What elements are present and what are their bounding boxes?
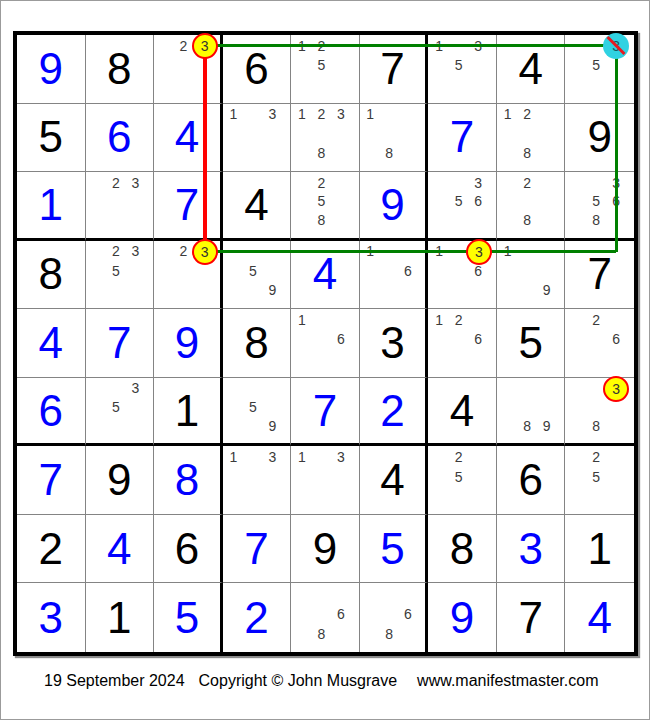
cell-r4c1[interactable]: 8: [17, 241, 86, 310]
pencil-marks: 125: [292, 36, 351, 95]
cell-r6c7[interactable]: 4: [428, 378, 497, 447]
cell-r7c9[interactable]: 25: [565, 446, 634, 515]
cell-r7c7[interactable]: 25: [428, 446, 497, 515]
candidate-8: 8: [586, 416, 606, 435]
cell-r4c8[interactable]: 19: [497, 241, 566, 310]
candidate-2: 2: [312, 105, 332, 125]
solved-digit: 3: [497, 515, 565, 583]
candidate-9: 9: [263, 416, 283, 435]
pencil-marks: 126: [429, 310, 488, 369]
solved-digit: 6: [86, 104, 154, 172]
candidate-5: 5: [586, 192, 606, 211]
pencil-marks: 38: [566, 379, 626, 436]
candidate-2: 2: [586, 310, 606, 330]
cell-r2c6[interactable]: 18: [360, 104, 429, 173]
cell-r9c3[interactable]: 5: [154, 583, 223, 652]
cell-r7c1[interactable]: 7: [17, 446, 86, 515]
candidate-1: 1: [429, 36, 449, 56]
candidate-1: 1: [361, 105, 380, 125]
cell-r9c2[interactable]: 1: [86, 583, 155, 652]
cell-r4c5[interactable]: 4: [291, 241, 360, 310]
pencil-marks: 35: [566, 36, 626, 95]
cell-r6c6[interactable]: 2: [360, 378, 429, 447]
pencil-marks: 258: [292, 173, 351, 230]
given-digit: 7: [497, 583, 565, 652]
page: 9823612571354355641312381871289123742589…: [0, 0, 650, 720]
solved-digit: 3: [17, 583, 85, 652]
candidate-3: 3: [468, 242, 488, 262]
cell-r3c6[interactable]: 9: [360, 172, 429, 241]
cell-r1c9[interactable]: 35: [565, 35, 634, 104]
given-digit: 3: [360, 309, 426, 377]
cell-r9c4[interactable]: 2: [223, 583, 292, 652]
cell-r3c4[interactable]: 4: [223, 172, 292, 241]
cell-r3c8[interactable]: 28: [497, 172, 566, 241]
footer-copyright: Copyright © John Musgrave: [199, 672, 398, 689]
candidate-5: 5: [449, 192, 469, 211]
candidate-1: 1: [429, 242, 449, 262]
cell-r9c1[interactable]: 3: [17, 583, 86, 652]
candidate-2: 2: [517, 173, 537, 192]
candidate-1: 1: [292, 447, 312, 467]
solved-digit: 4: [291, 241, 359, 309]
pencil-marks: 19: [498, 242, 557, 301]
candidate-3: 3: [468, 173, 488, 192]
candidate-3: 3: [606, 379, 626, 398]
candidate-2: 2: [312, 36, 332, 56]
pencil-marks: 3568: [566, 173, 626, 230]
candidate-3: 3: [606, 173, 626, 192]
candidate-1: 1: [224, 447, 244, 467]
candidate-1: 1: [429, 310, 449, 330]
given-digit: 8: [86, 35, 154, 103]
given-digit: 9: [291, 515, 359, 583]
cell-r8c3[interactable]: 6: [154, 515, 223, 584]
given-digit: 6: [223, 35, 291, 103]
given-digit: 8: [428, 515, 496, 583]
pencil-marks: 235: [87, 242, 146, 301]
cell-r3c5[interactable]: 258: [291, 172, 360, 241]
cell-r8c7[interactable]: 8: [428, 515, 497, 584]
solved-digit: 4: [17, 309, 85, 377]
pencil-marks: 89: [498, 379, 557, 436]
candidate-8: 8: [586, 211, 606, 230]
cell-r5c8[interactable]: 5: [497, 309, 566, 378]
candidate-9: 9: [263, 281, 283, 301]
cell-r7c4[interactable]: 13: [223, 446, 292, 515]
candidate-6: 6: [468, 192, 488, 211]
cell-r6c4[interactable]: 59: [223, 378, 292, 447]
footer-website: www.manifestmaster.com: [417, 672, 598, 689]
cell-r6c2[interactable]: 35: [86, 378, 155, 447]
solved-digit: 2: [360, 378, 426, 444]
pencil-marks: 25: [566, 447, 626, 506]
cell-r7c3[interactable]: 8: [154, 446, 223, 515]
candidate-3: 3: [193, 242, 212, 262]
solved-digit: 7: [291, 378, 359, 444]
cell-r9c7[interactable]: 9: [428, 583, 497, 652]
cell-r1c1[interactable]: 9: [17, 35, 86, 104]
cell-r7c8[interactable]: 6: [497, 446, 566, 515]
cell-r9c6[interactable]: 68: [360, 583, 429, 652]
solved-digit: 9: [428, 583, 496, 652]
pencil-marks: 1238: [292, 105, 351, 164]
cell-r4c4[interactable]: 59: [223, 241, 292, 310]
candidate-5: 5: [312, 192, 332, 211]
given-digit: 1: [86, 583, 154, 652]
candidate-8: 8: [380, 144, 399, 164]
cell-r1c3[interactable]: 23: [154, 35, 223, 104]
pencil-marks: 28: [498, 173, 557, 230]
candidate-3: 3: [126, 242, 146, 262]
solved-digit: 4: [565, 583, 634, 652]
pencil-marks: 16: [361, 242, 418, 301]
cell-r8c5[interactable]: 9: [291, 515, 360, 584]
given-digit: 4: [223, 172, 291, 238]
candidate-2: 2: [312, 173, 332, 192]
cell-r5c3[interactable]: 9: [154, 309, 223, 378]
cell-r3c1[interactable]: 1: [17, 172, 86, 241]
cell-r1c8[interactable]: 4: [497, 35, 566, 104]
cell-r2c2[interactable]: 6: [86, 104, 155, 173]
cell-r5c6[interactable]: 3: [360, 309, 429, 378]
solved-digit: 1: [17, 172, 85, 238]
candidate-6: 6: [468, 261, 488, 281]
cell-r3c2[interactable]: 23: [86, 172, 155, 241]
candidate-3: 3: [263, 105, 283, 125]
candidate-6: 6: [468, 330, 488, 350]
given-digit: 5: [17, 104, 85, 172]
given-digit: 9: [565, 104, 634, 172]
cell-r6c3[interactable]: 1: [154, 378, 223, 447]
solved-digit: 7: [86, 309, 154, 377]
candidate-8: 8: [312, 144, 332, 164]
footer: 19 September 2024Copyright © John Musgra…: [44, 672, 598, 690]
candidate-1: 1: [224, 105, 244, 125]
cell-r8c1[interactable]: 2: [17, 515, 86, 584]
given-digit: 9: [86, 446, 154, 514]
candidate-5: 5: [312, 56, 332, 76]
cell-r9c9[interactable]: 4: [565, 583, 634, 652]
cell-r4c2[interactable]: 235: [86, 241, 155, 310]
candidate-1: 1: [498, 105, 518, 125]
candidate-5: 5: [243, 261, 263, 281]
candidate-5: 5: [243, 398, 263, 417]
given-digit: 8: [17, 241, 85, 309]
candidate-1: 1: [292, 105, 312, 125]
cell-r9c8[interactable]: 7: [497, 583, 566, 652]
candidate-5: 5: [586, 56, 606, 76]
solved-digit: 9: [17, 35, 85, 103]
cell-r7c6[interactable]: 4: [360, 446, 429, 515]
pencil-marks: 18: [361, 105, 418, 164]
cell-r4c6[interactable]: 16: [360, 241, 429, 310]
cell-r2c8[interactable]: 128: [497, 104, 566, 173]
solved-digit: 5: [360, 515, 426, 583]
candidate-6: 6: [606, 330, 626, 350]
given-digit: 2: [17, 515, 85, 583]
cell-r5c5[interactable]: 16: [291, 309, 360, 378]
cell-r2c4[interactable]: 13: [223, 104, 292, 173]
pencil-marks: 23: [155, 242, 212, 301]
pencil-marks: 13: [224, 447, 283, 506]
pencil-marks: 35: [87, 379, 146, 436]
given-digit: 5: [497, 309, 565, 377]
solved-digit: 9: [154, 309, 220, 377]
pencil-marks: 59: [224, 242, 283, 301]
cell-r8c2[interactable]: 4: [86, 515, 155, 584]
cell-r2c7[interactable]: 7: [428, 104, 497, 173]
candidate-8: 8: [312, 211, 332, 230]
cell-r1c4[interactable]: 6: [223, 35, 292, 104]
candidate-2: 2: [106, 173, 126, 192]
pencil-marks: 68: [292, 584, 351, 644]
cell-r5c7[interactable]: 126: [428, 309, 497, 378]
candidate-2: 2: [106, 242, 126, 262]
candidate-1: 1: [498, 242, 518, 262]
cell-r1c6[interactable]: 7: [360, 35, 429, 104]
solved-digit: 7: [223, 515, 291, 583]
solved-digit: 9: [360, 172, 426, 238]
cell-r6c8[interactable]: 89: [497, 378, 566, 447]
solved-digit: 4: [154, 104, 220, 172]
cell-r2c5[interactable]: 1238: [291, 104, 360, 173]
cell-r5c9[interactable]: 26: [565, 309, 634, 378]
cell-r4c9[interactable]: 7: [565, 241, 634, 310]
candidate-2: 2: [174, 242, 193, 262]
cell-r8c8[interactable]: 3: [497, 515, 566, 584]
sudoku-board: 9823612571354355641312381871289123742589…: [13, 31, 638, 656]
candidate-2: 2: [517, 105, 537, 125]
solved-digit: 4: [86, 515, 154, 583]
given-digit: 6: [497, 446, 565, 514]
solved-digit: 5: [154, 583, 220, 652]
candidate-5: 5: [106, 261, 126, 281]
cell-r3c7[interactable]: 356: [428, 172, 497, 241]
candidate-3: 3: [606, 36, 626, 56]
given-digit: 4: [360, 446, 426, 514]
solved-digit: 7: [17, 446, 85, 514]
given-digit: 7: [360, 35, 426, 103]
cell-r2c9[interactable]: 9: [565, 104, 634, 173]
candidate-1: 1: [292, 36, 312, 56]
given-digit: 4: [428, 378, 496, 444]
solved-digit: 7: [154, 172, 220, 238]
cell-r3c3[interactable]: 7: [154, 172, 223, 241]
pencil-marks: 68: [361, 584, 418, 644]
pencil-marks: 13: [224, 105, 283, 164]
pencil-marks: 23: [155, 36, 212, 95]
pencil-marks: 26: [566, 310, 626, 369]
candidate-8: 8: [380, 624, 399, 644]
cell-r5c4[interactable]: 8: [223, 309, 292, 378]
candidate-6: 6: [331, 330, 351, 350]
candidate-1: 1: [292, 310, 312, 330]
cell-r6c1[interactable]: 6: [17, 378, 86, 447]
candidate-3: 3: [468, 36, 488, 56]
candidate-6: 6: [398, 604, 417, 624]
cell-r4c7[interactable]: 136: [428, 241, 497, 310]
pencil-marks: 23: [87, 173, 146, 230]
pencil-marks: 13: [292, 447, 351, 506]
candidate-6: 6: [606, 192, 626, 211]
candidate-5: 5: [106, 398, 126, 417]
given-digit: 1: [154, 378, 220, 444]
cell-r8c4[interactable]: 7: [223, 515, 292, 584]
candidate-3: 3: [263, 447, 283, 467]
candidate-3: 3: [331, 105, 351, 125]
candidate-5: 5: [586, 467, 606, 487]
cell-r1c2[interactable]: 8: [86, 35, 155, 104]
pencil-marks: 135: [429, 36, 488, 95]
cell-r2c3[interactable]: 4: [154, 104, 223, 173]
given-digit: 6: [154, 515, 220, 583]
cell-r1c5[interactable]: 125: [291, 35, 360, 104]
candidate-8: 8: [517, 144, 537, 164]
candidate-1: 1: [361, 242, 380, 262]
cell-r6c9[interactable]: 38: [565, 378, 634, 447]
candidate-3: 3: [126, 379, 146, 398]
solved-digit: 8: [154, 446, 220, 514]
pencil-marks: 136: [429, 242, 488, 301]
pencil-marks: 356: [429, 173, 488, 230]
solved-digit: 2: [223, 583, 291, 652]
candidate-3: 3: [126, 173, 146, 192]
given-digit: 1: [565, 515, 634, 583]
given-digit: 8: [223, 309, 291, 377]
cell-r3c9[interactable]: 3568: [565, 172, 634, 241]
cell-r6c5[interactable]: 7: [291, 378, 360, 447]
cell-r7c2[interactable]: 9: [86, 446, 155, 515]
cell-r2c1[interactable]: 5: [17, 104, 86, 173]
pencil-marks: 59: [224, 379, 283, 436]
candidate-2: 2: [586, 447, 606, 467]
candidate-8: 8: [517, 211, 537, 230]
candidate-5: 5: [449, 467, 469, 487]
pencil-marks: 16: [292, 310, 351, 369]
candidate-2: 2: [174, 36, 193, 56]
candidate-9: 9: [537, 281, 557, 301]
candidate-3: 3: [193, 36, 212, 56]
candidate-6: 6: [331, 604, 351, 624]
candidate-8: 8: [312, 624, 332, 644]
candidate-3: 3: [331, 447, 351, 467]
cell-r8c6[interactable]: 5: [360, 515, 429, 584]
cell-r5c2[interactable]: 7: [86, 309, 155, 378]
candidate-5: 5: [449, 56, 469, 76]
candidate-2: 2: [449, 310, 469, 330]
candidate-9: 9: [537, 416, 557, 435]
solved-digit: 6: [17, 378, 85, 444]
cell-r1c7[interactable]: 135: [428, 35, 497, 104]
cell-r5c1[interactable]: 4: [17, 309, 86, 378]
cell-r8c9[interactable]: 1: [565, 515, 634, 584]
candidate-2: 2: [449, 447, 469, 467]
footer-date: 19 September 2024: [44, 672, 185, 689]
cell-r9c5[interactable]: 68: [291, 583, 360, 652]
cell-r7c5[interactable]: 13: [291, 446, 360, 515]
pencil-marks: 128: [498, 105, 557, 164]
cell-r4c3[interactable]: 23: [154, 241, 223, 310]
given-digit: 7: [565, 241, 634, 309]
solved-digit: 7: [428, 104, 496, 172]
candidate-6: 6: [398, 261, 417, 281]
given-digit: 4: [497, 35, 565, 103]
pencil-marks: 25: [429, 447, 488, 506]
candidate-8: 8: [517, 416, 537, 435]
